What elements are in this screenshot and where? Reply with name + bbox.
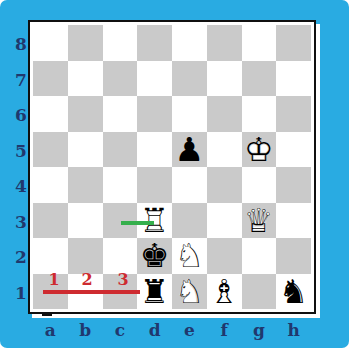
file-label-d: d [137,319,172,341]
white-knight-fill: ♞ [172,238,207,274]
square-b3[interactable] [68,203,103,239]
white-knight-piece: ♘ [172,238,207,274]
square-g6[interactable] [242,96,277,132]
white-knight-piece: ♘ [172,274,207,310]
file-label-f: f [207,319,242,341]
square-c6[interactable] [103,96,138,132]
square-g7[interactable] [242,61,277,97]
square-a6[interactable] [33,96,68,132]
square-c3[interactable] [103,203,138,239]
square-d1[interactable]: ♜ [137,274,172,310]
square-d5[interactable] [137,132,172,168]
square-c4[interactable] [103,167,138,203]
square-g5[interactable]: ♚♔ [242,132,277,168]
square-c7[interactable] [103,61,138,97]
white-rook-fill: ♜ [137,203,172,239]
square-h1[interactable]: ♞ [276,274,311,310]
white-king-fill: ♚ [242,132,277,168]
square-f2[interactable] [207,238,242,274]
square-g4[interactable] [242,167,277,203]
square-f8[interactable] [207,25,242,61]
square-b2[interactable] [68,238,103,274]
square-d2[interactable]: ♚ [137,238,172,274]
square-b5[interactable] [68,132,103,168]
black-king-piece: ♚ [137,238,172,274]
square-f5[interactable] [207,132,242,168]
square-d7[interactable] [137,61,172,97]
file-label-g: g [242,319,277,341]
square-h7[interactable] [276,61,311,97]
white-king-piece: ♔ [242,132,277,168]
board-frame: ♟♚♔♜♖♛♕♚♞♘♜♞♘♝♗♞ [28,20,316,314]
square-h3[interactable] [276,203,311,239]
square-e8[interactable] [172,25,207,61]
square-d4[interactable] [137,167,172,203]
square-g2[interactable] [242,238,277,274]
square-a3[interactable] [33,203,68,239]
white-queen-piece: ♕ [242,203,277,239]
square-e7[interactable] [172,61,207,97]
square-g8[interactable] [242,25,277,61]
square-e6[interactable] [172,96,207,132]
square-b6[interactable] [68,96,103,132]
square-a8[interactable] [33,25,68,61]
black-knight-piece: ♞ [276,274,311,310]
square-f7[interactable] [207,61,242,97]
square-b4[interactable] [68,167,103,203]
square-e5[interactable]: ♟ [172,132,207,168]
chess-diagram: 87654321 ♟♚♔♜♖♛♕♚♞♘♜♞♘♝♗♞ abcdefgh 1 2 3 [0,0,349,348]
square-a5[interactable] [33,132,68,168]
square-h8[interactable] [276,25,311,61]
square-a7[interactable] [33,61,68,97]
square-e1[interactable]: ♞♘ [172,274,207,310]
square-c8[interactable] [103,25,138,61]
square-c2[interactable] [103,238,138,274]
square-b8[interactable] [68,25,103,61]
square-h5[interactable] [276,132,311,168]
square-d6[interactable] [137,96,172,132]
black-pawn-piece: ♟ [172,132,207,168]
square-h6[interactable] [276,96,311,132]
square-f6[interactable] [207,96,242,132]
square-a4[interactable] [33,167,68,203]
white-queen-fill: ♛ [242,203,277,239]
square-g1[interactable] [242,274,277,310]
file-label-e: e [172,319,207,341]
white-bishop-fill: ♝ [207,274,242,310]
file-label-h: h [276,319,311,341]
white-rook-piece: ♖ [137,203,172,239]
square-b1[interactable] [68,274,103,310]
square-e2[interactable]: ♞♘ [172,238,207,274]
file-label-c: c [103,319,138,341]
square-c5[interactable] [103,132,138,168]
square-h2[interactable] [276,238,311,274]
white-knight-fill: ♞ [172,274,207,310]
square-f4[interactable] [207,167,242,203]
square-d8[interactable] [137,25,172,61]
square-a2[interactable] [33,238,68,274]
file-label-b: b [68,319,103,341]
square-h4[interactable] [276,167,311,203]
square-f1[interactable]: ♝♗ [207,274,242,310]
file-label-a: a [33,319,68,341]
square-g3[interactable]: ♛♕ [242,203,277,239]
black-rook-piece: ♜ [137,274,172,310]
square-b7[interactable] [68,61,103,97]
square-e3[interactable] [172,203,207,239]
square-d3[interactable]: ♜♖ [137,203,172,239]
white-bishop-piece: ♗ [207,274,242,310]
chess-board: ♟♚♔♜♖♛♕♚♞♘♜♞♘♝♗♞ [33,25,311,309]
square-c1[interactable] [103,274,138,310]
square-a1[interactable] [33,274,68,310]
square-e4[interactable] [172,167,207,203]
square-f3[interactable] [207,203,242,239]
